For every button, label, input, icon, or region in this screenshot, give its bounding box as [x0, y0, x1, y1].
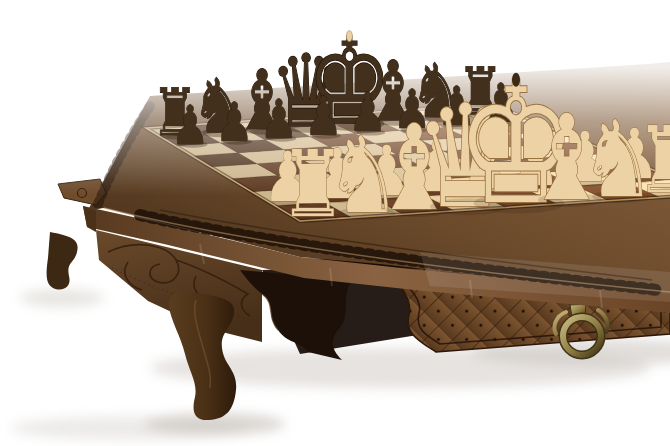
- piece-dark-pawn-a7[interactable]: ♟: [171, 94, 210, 157]
- chess-set-photo: ♜♞♝♛♚♝♞♜♟♟♟♟♟♟♟♟♟♟♟♟♟♟♟♟♜♞♝♛♚♝♞♜: [0, 0, 670, 446]
- white-king-dark-finial: [512, 73, 520, 87]
- dark-king-light-finial: [346, 31, 352, 42]
- piece-dark-pawn-b7[interactable]: ♟: [215, 91, 254, 154]
- scene-svg: ♜♞♝♛♚♝♞♜♟♟♟♟♟♟♟♟♟♟♟♟♟♟♟♟♜♞♝♛♚♝♞♜: [0, 0, 670, 446]
- piece-white-rook-h1[interactable]: ♜: [636, 107, 670, 214]
